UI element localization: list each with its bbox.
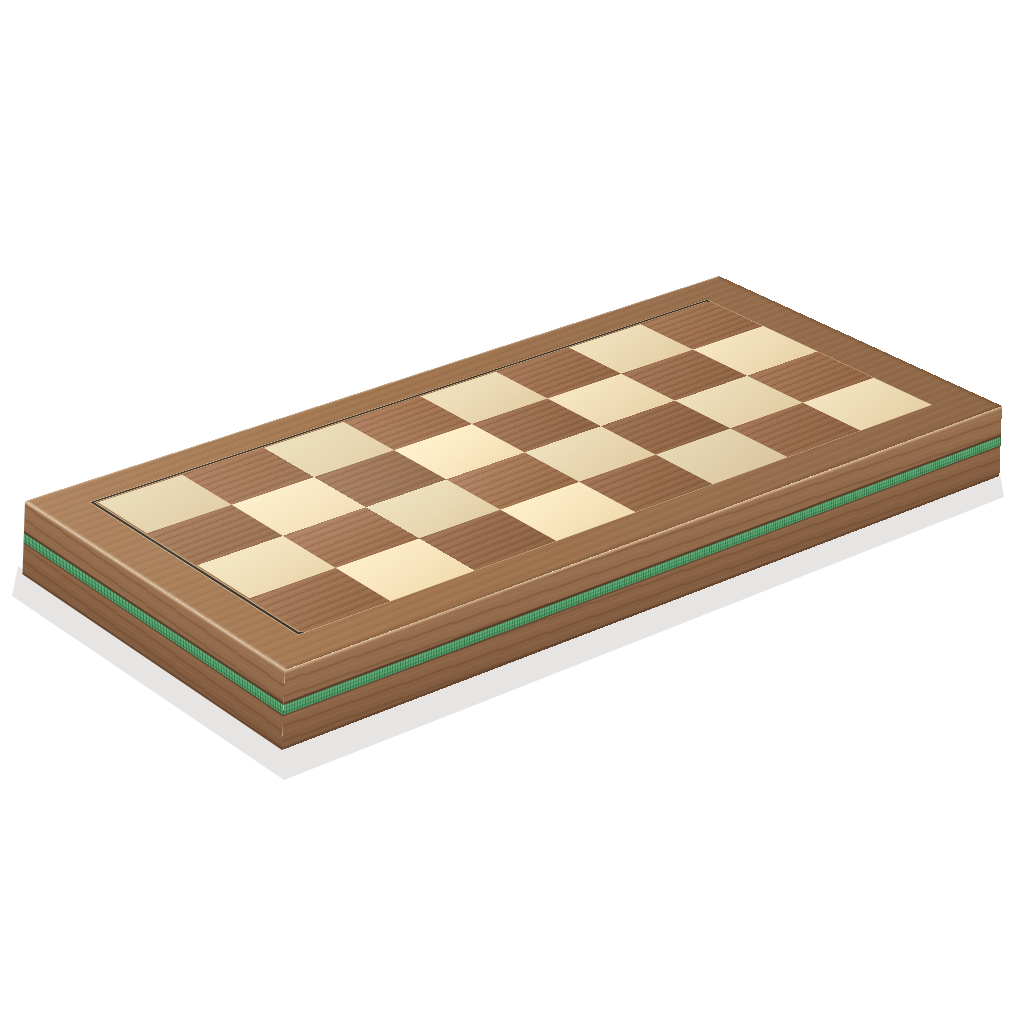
product-photo-scene xyxy=(0,0,1024,1024)
